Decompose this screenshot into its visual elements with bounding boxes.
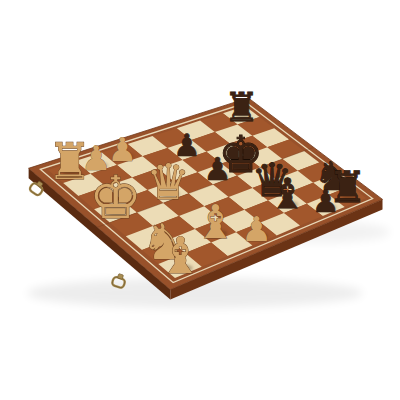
piece-black-rook-a8: ♜ (223, 84, 259, 130)
chess-board-photo: ♜♟♟♟♚♜♟♞♛♛♜♝♟♚♝♟♞♝ (0, 0, 400, 400)
piece-black-pawn-h7: ♟ (312, 183, 340, 219)
product-photo: ♜♟♟♟♚♜♟♞♛♛♜♝♟♚♝♟♞♝ (0, 0, 400, 400)
piece-black-bishop-g6: ♝ (269, 169, 307, 218)
piece-white-king-d1: ♚ (89, 163, 142, 232)
piece-white-pawn-h4: ♟ (241, 209, 272, 249)
piece-white-bishop-h1: ♝ (158, 227, 203, 285)
piece-white-rook-a1: ♜ (47, 133, 92, 191)
piece-white-queen-d3: ♛ (146, 153, 190, 211)
piece-black-pawn-d5: ♟ (203, 151, 231, 187)
